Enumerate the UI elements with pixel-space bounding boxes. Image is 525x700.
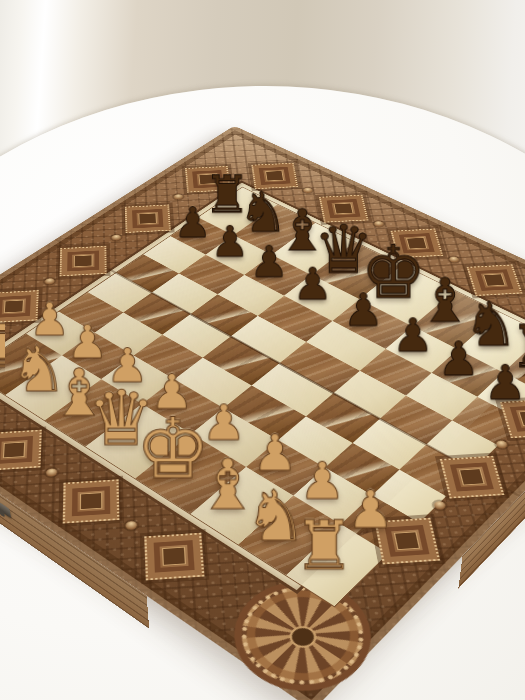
black-pawn: ♟ [343,287,383,332]
carved-bead [302,187,314,194]
board-margin: ♜♞♝♛♚♝♞♜♟♟♟♟♟♟♟♟♟♟♟♟♟♟♟♟♜♞♝♛♚♝♞♜ [0,183,525,590]
black-pawn: ♟ [250,240,289,283]
white-pawn: ♟ [253,428,298,478]
carved-diamond-motif [125,204,171,233]
metal-clasp [0,495,11,519]
white-rook: ♜ [294,512,355,580]
carved-diamond-motif [63,479,120,523]
carved-diamond-motif [0,430,42,471]
photo-of-carved-chess-set: ♜♞♝♛♚♝♞♜♟♟♟♟♟♟♟♟♟♟♟♟♟♟♟♟♜♞♝♛♚♝♞♜ [0,0,525,700]
carved-bead [44,467,60,478]
black-pawn: ♟ [174,202,212,244]
carved-bead [110,234,123,242]
carved-bead [43,277,56,285]
carved-bead [372,220,385,228]
black-pawn: ♟ [438,335,480,382]
black-pawn: ♟ [293,262,333,306]
carved-diamond-motif [144,533,204,581]
black-pawn: ♟ [211,220,249,263]
black-pawn: ♟ [392,312,433,358]
carved-diamond-motif [60,246,107,277]
chess-box: ♜♞♝♛♚♝♞♜♟♟♟♟♟♟♟♟♟♟♟♟♟♟♟♟♜♞♝♛♚♝♞♜ [0,126,525,700]
carved-bead [123,520,139,532]
scene: ♜♞♝♛♚♝♞♜♟♟♟♟♟♟♟♟♟♟♟♟♟♟♟♟♜♞♝♛♚♝♞♜ [0,0,525,700]
black-pawn: ♟ [484,359,525,407]
carved-bead [447,256,460,264]
